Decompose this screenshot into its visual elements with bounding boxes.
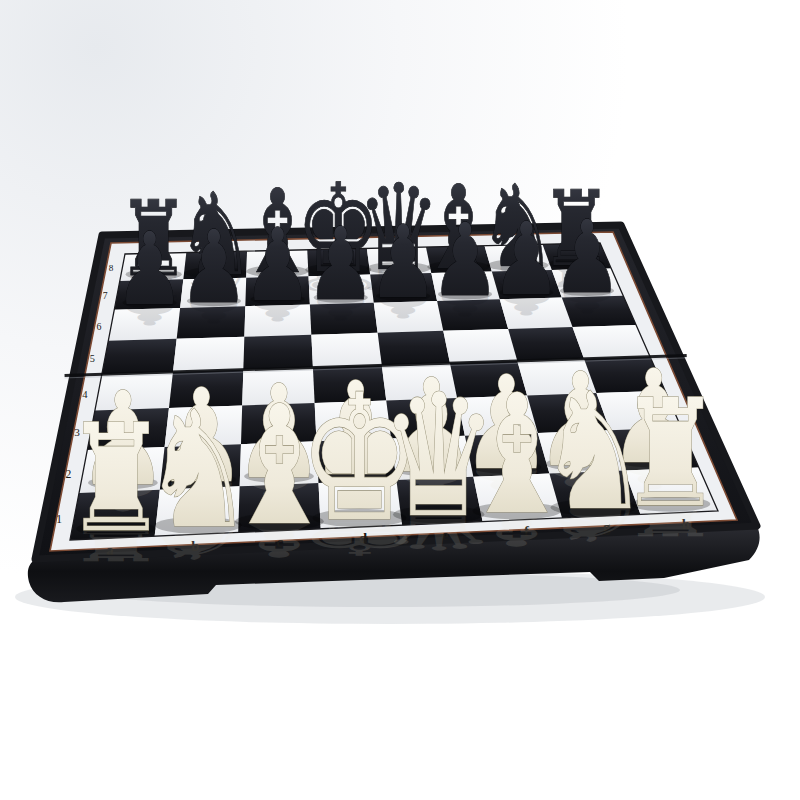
chessboard: abcdefgh12345678♜♜♞♞♝♝♚♚♛♛♝♝♞♞♜♜♟♟♟♟♟♟♟♟… [0, 0, 800, 800]
piece-black-pawn-a7[interactable]: ♟ [114, 210, 184, 327]
piece-black-pawn-b7[interactable]: ♟ [179, 208, 249, 325]
piece-black-pawn-g7[interactable]: ♟ [491, 200, 561, 317]
rank-label-8: 8 [109, 263, 114, 273]
rank-label-7: 7 [103, 290, 108, 301]
piece-black-pawn-f7[interactable]: ♟ [430, 202, 500, 319]
piece-black-pawn-h7[interactable]: ♟ [552, 198, 622, 315]
piece-black-pawn-d7[interactable]: ♟ [306, 205, 376, 322]
piece-white-rook-h1[interactable]: ♜ [619, 368, 723, 540]
piece-black-pawn-c7[interactable]: ♟ [243, 207, 313, 324]
rank-label-1: 1 [56, 512, 62, 526]
piece-black-pawn-e7[interactable]: ♟ [368, 203, 438, 320]
rank-label-6: 6 [97, 321, 102, 332]
scene: abcdefgh12345678♜♜♞♞♝♝♚♚♛♛♝♝♞♞♜♜♟♟♟♟♟♟♟♟… [0, 0, 800, 800]
